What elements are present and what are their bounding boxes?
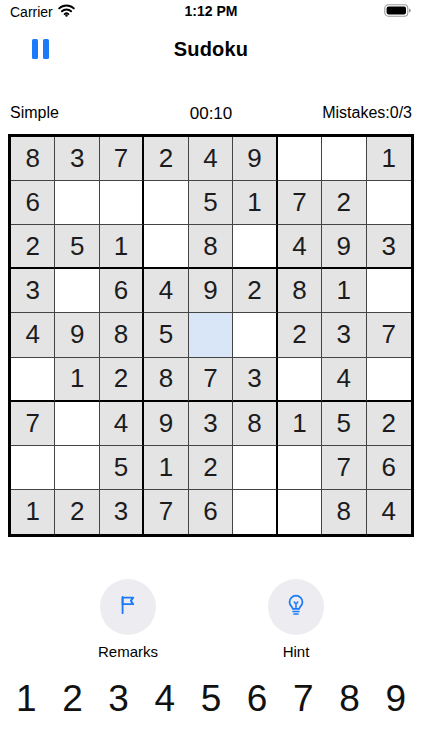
pause-icon bbox=[43, 39, 49, 59]
sudoku-cell-r7c7[interactable]: 1 bbox=[278, 402, 322, 446]
numpad-digit-3[interactable]: 3 bbox=[108, 680, 129, 719]
numpad-digit-2[interactable]: 2 bbox=[62, 680, 83, 719]
page-title: Sudoku bbox=[0, 38, 422, 61]
numpad: 123456789 bbox=[0, 680, 422, 719]
controls-row: Remarks Hint bbox=[0, 579, 422, 660]
sudoku-cell-r8c4[interactable]: 1 bbox=[144, 446, 188, 490]
nav-bar: Sudoku bbox=[0, 25, 422, 73]
sudoku-cell-r6c7[interactable] bbox=[278, 358, 322, 402]
sudoku-cell-r8c1[interactable] bbox=[11, 446, 55, 490]
remarks-button-circle bbox=[100, 579, 156, 635]
sudoku-cell-r9c1[interactable]: 1 bbox=[11, 490, 55, 534]
pause-button[interactable] bbox=[30, 37, 51, 61]
numpad-digit-6[interactable]: 6 bbox=[247, 680, 268, 719]
sudoku-cell-r5c6[interactable] bbox=[233, 313, 277, 357]
sudoku-cell-r3c4[interactable] bbox=[144, 225, 188, 269]
hint-label: Hint bbox=[283, 643, 310, 660]
flag-icon bbox=[115, 592, 141, 622]
sudoku-cell-r4c1[interactable]: 3 bbox=[11, 269, 55, 313]
sudoku-cell-r8c8[interactable]: 7 bbox=[322, 446, 366, 490]
sudoku-cell-r1c1[interactable]: 8 bbox=[11, 137, 55, 181]
sudoku-cell-r4c5[interactable]: 9 bbox=[189, 269, 233, 313]
sudoku-cell-r1c6[interactable]: 9 bbox=[233, 137, 277, 181]
sudoku-cell-r5c2[interactable]: 9 bbox=[55, 313, 99, 357]
sudoku-cell-r1c5[interactable]: 4 bbox=[189, 137, 233, 181]
sudoku-cell-r3c7[interactable]: 4 bbox=[278, 225, 322, 269]
sudoku-cell-r7c5[interactable]: 3 bbox=[189, 402, 233, 446]
hint-button-circle bbox=[268, 579, 324, 635]
lightbulb-icon bbox=[283, 592, 309, 622]
mistakes-label: Mistakes:0/3 bbox=[322, 104, 412, 122]
sudoku-cell-r2c1[interactable]: 6 bbox=[11, 181, 55, 225]
sudoku-cell-r8c7[interactable] bbox=[278, 446, 322, 490]
status-bar: Carrier 1:12 PM bbox=[0, 0, 422, 22]
sudoku-cell-r7c1[interactable]: 7 bbox=[11, 402, 55, 446]
sudoku-cell-r1c4[interactable]: 2 bbox=[144, 137, 188, 181]
numpad-digit-9[interactable]: 9 bbox=[385, 680, 406, 719]
sudoku-cell-r2c6[interactable]: 1 bbox=[233, 181, 277, 225]
sudoku-cell-r3c8[interactable]: 9 bbox=[322, 225, 366, 269]
sudoku-cell-r6c3[interactable]: 2 bbox=[100, 358, 144, 402]
sudoku-cell-r5c3[interactable]: 8 bbox=[100, 313, 144, 357]
sudoku-cell-r2c4[interactable] bbox=[144, 181, 188, 225]
sudoku-cell-r9c5[interactable]: 6 bbox=[189, 490, 233, 534]
numpad-digit-4[interactable]: 4 bbox=[155, 680, 176, 719]
sudoku-cell-r1c2[interactable]: 3 bbox=[55, 137, 99, 181]
sudoku-cell-r9c7[interactable] bbox=[278, 490, 322, 534]
sudoku-cell-r6c6[interactable]: 3 bbox=[233, 358, 277, 402]
sudoku-cell-r7c8[interactable]: 5 bbox=[322, 402, 366, 446]
sudoku-cell-r9c2[interactable]: 2 bbox=[55, 490, 99, 534]
sudoku-cell-r4c6[interactable]: 2 bbox=[233, 269, 277, 313]
sudoku-cell-r3c3[interactable]: 1 bbox=[100, 225, 144, 269]
sudoku-cell-r7c4[interactable]: 9 bbox=[144, 402, 188, 446]
info-row: Simple 00:10 Mistakes:0/3 bbox=[0, 104, 422, 126]
pause-icon bbox=[32, 39, 38, 59]
sudoku-cell-r6c1[interactable] bbox=[11, 358, 55, 402]
hint-button[interactable]: Hint bbox=[268, 579, 324, 660]
numpad-digit-8[interactable]: 8 bbox=[339, 680, 360, 719]
sudoku-cell-r4c4[interactable]: 4 bbox=[144, 269, 188, 313]
sudoku-cell-r5c8[interactable]: 3 bbox=[322, 313, 366, 357]
sudoku-cell-r8c5[interactable]: 2 bbox=[189, 446, 233, 490]
sudoku-cell-r5c4[interactable]: 5 bbox=[144, 313, 188, 357]
sudoku-cell-r9c4[interactable]: 7 bbox=[144, 490, 188, 534]
battery-icon bbox=[384, 4, 412, 20]
sudoku-cell-r1c7[interactable] bbox=[278, 137, 322, 181]
sudoku-cell-r3c2[interactable]: 5 bbox=[55, 225, 99, 269]
numpad-digit-1[interactable]: 1 bbox=[16, 680, 37, 719]
sudoku-cell-r3c9[interactable]: 3 bbox=[367, 225, 411, 269]
sudoku-cell-r2c5[interactable]: 5 bbox=[189, 181, 233, 225]
sudoku-cell-r5c7[interactable]: 2 bbox=[278, 313, 322, 357]
sudoku-cell-r6c9[interactable] bbox=[367, 358, 411, 402]
sudoku-cell-r7c3[interactable]: 4 bbox=[100, 402, 144, 446]
sudoku-cell-r2c8[interactable]: 2 bbox=[322, 181, 366, 225]
sudoku-cell-r4c8[interactable]: 1 bbox=[322, 269, 366, 313]
sudoku-cell-r8c3[interactable]: 5 bbox=[100, 446, 144, 490]
sudoku-cell-r9c3[interactable]: 3 bbox=[100, 490, 144, 534]
carrier-label: Carrier bbox=[10, 4, 53, 20]
sudoku-cell-r3c1[interactable]: 2 bbox=[11, 225, 55, 269]
sudoku-cell-r3c6[interactable] bbox=[233, 225, 277, 269]
sudoku-cell-r7c9[interactable]: 2 bbox=[367, 402, 411, 446]
sudoku-cell-r4c2[interactable] bbox=[55, 269, 99, 313]
sudoku-cell-r2c3[interactable] bbox=[100, 181, 144, 225]
sudoku-cell-r8c2[interactable] bbox=[55, 446, 99, 490]
sudoku-cell-r7c6[interactable]: 8 bbox=[233, 402, 277, 446]
numpad-digit-5[interactable]: 5 bbox=[201, 680, 222, 719]
sudoku-cell-r4c3[interactable]: 6 bbox=[100, 269, 144, 313]
sudoku-cell-r1c8[interactable] bbox=[322, 137, 366, 181]
sudoku-cell-r5c9[interactable]: 7 bbox=[367, 313, 411, 357]
numpad-digit-7[interactable]: 7 bbox=[293, 680, 314, 719]
difficulty-label: Simple bbox=[10, 104, 59, 122]
sudoku-board: 8372491651722518493364928149852371287347… bbox=[8, 134, 414, 537]
sudoku-cell-r4c7[interactable]: 8 bbox=[278, 269, 322, 313]
sudoku-cell-r6c5[interactable]: 7 bbox=[189, 358, 233, 402]
sudoku-cell-r6c4[interactable]: 8 bbox=[144, 358, 188, 402]
sudoku-cell-r5c5[interactable] bbox=[189, 313, 233, 357]
sudoku-cell-r8c6[interactable] bbox=[233, 446, 277, 490]
sudoku-cell-r2c9[interactable] bbox=[367, 181, 411, 225]
sudoku-cell-r2c7[interactable]: 7 bbox=[278, 181, 322, 225]
sudoku-cell-r5c1[interactable]: 4 bbox=[11, 313, 55, 357]
sudoku-cell-r1c9[interactable]: 1 bbox=[367, 137, 411, 181]
sudoku-cell-r9c8[interactable]: 8 bbox=[322, 490, 366, 534]
sudoku-cell-r4c9[interactable] bbox=[367, 269, 411, 313]
sudoku-cell-r1c3[interactable]: 7 bbox=[100, 137, 144, 181]
sudoku-cell-r6c2[interactable]: 1 bbox=[55, 358, 99, 402]
sudoku-cell-r3c5[interactable]: 8 bbox=[189, 225, 233, 269]
sudoku-cell-r7c2[interactable] bbox=[55, 402, 99, 446]
sudoku-cell-r2c2[interactable] bbox=[55, 181, 99, 225]
sudoku-cell-r9c9[interactable]: 4 bbox=[367, 490, 411, 534]
sudoku-cell-r9c6[interactable] bbox=[233, 490, 277, 534]
sudoku-cell-r6c8[interactable]: 4 bbox=[322, 358, 366, 402]
remarks-button[interactable]: Remarks bbox=[98, 579, 158, 660]
sudoku-cell-r8c9[interactable]: 6 bbox=[367, 446, 411, 490]
wifi-icon bbox=[58, 4, 75, 20]
remarks-label: Remarks bbox=[98, 643, 158, 660]
